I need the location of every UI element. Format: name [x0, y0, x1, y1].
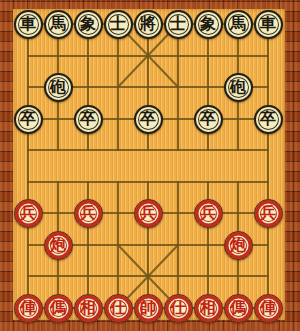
piece-red-elephant[interactable]: 相	[194, 294, 223, 323]
piece-black-cannon[interactable]: 砲	[224, 73, 253, 102]
red-horse-glyph: 傌	[230, 300, 246, 316]
piece-black-soldier[interactable]: 卒	[254, 105, 283, 134]
piece-red-cannon[interactable]: 炮	[224, 231, 253, 260]
pieces-layer: 車馬象士將士象馬車砲砲卒卒卒卒卒兵兵兵兵兵炮炮俥傌相仕帥仕相傌俥	[0, 0, 300, 331]
black-elephant-glyph: 象	[200, 16, 216, 32]
red-soldier-glyph: 兵	[20, 205, 36, 221]
piece-red-advisor[interactable]: 仕	[104, 294, 133, 323]
red-soldier-glyph: 兵	[200, 205, 216, 221]
piece-red-soldier[interactable]: 兵	[14, 199, 43, 228]
red-soldier-glyph: 兵	[80, 205, 96, 221]
red-soldier-glyph: 兵	[140, 205, 156, 221]
piece-black-elephant[interactable]: 象	[194, 10, 223, 39]
red-soldier-glyph: 兵	[260, 205, 276, 221]
red-elephant-glyph: 相	[200, 300, 216, 316]
piece-red-horse[interactable]: 傌	[44, 294, 73, 323]
black-chariot-glyph: 車	[260, 16, 276, 32]
piece-black-elephant[interactable]: 象	[74, 10, 103, 39]
piece-black-soldier[interactable]: 卒	[134, 105, 163, 134]
black-chariot-glyph: 車	[20, 16, 36, 32]
black-horse-glyph: 馬	[230, 16, 246, 32]
piece-black-soldier[interactable]: 卒	[14, 105, 43, 134]
piece-black-advisor[interactable]: 士	[104, 10, 133, 39]
black-elephant-glyph: 象	[80, 16, 96, 32]
red-cannon-glyph: 炮	[230, 237, 246, 253]
black-soldier-glyph: 卒	[20, 111, 36, 127]
piece-black-horse[interactable]: 馬	[44, 10, 73, 39]
black-soldier-glyph: 卒	[140, 111, 156, 127]
black-cannon-glyph: 砲	[230, 79, 246, 95]
red-advisor-glyph: 仕	[110, 300, 126, 316]
red-general-glyph: 帥	[140, 300, 156, 316]
piece-black-cannon[interactable]: 砲	[44, 73, 73, 102]
piece-black-chariot[interactable]: 車	[14, 10, 43, 39]
red-cannon-glyph: 炮	[50, 237, 66, 253]
piece-red-elephant[interactable]: 相	[74, 294, 103, 323]
piece-red-chariot[interactable]: 俥	[14, 294, 43, 323]
piece-black-soldier[interactable]: 卒	[74, 105, 103, 134]
piece-black-soldier[interactable]: 卒	[194, 105, 223, 134]
black-soldier-glyph: 卒	[80, 111, 96, 127]
red-elephant-glyph: 相	[80, 300, 96, 316]
red-advisor-glyph: 仕	[170, 300, 186, 316]
piece-red-soldier[interactable]: 兵	[254, 199, 283, 228]
xiangqi-board[interactable]: 車馬象士將士象馬車砲砲卒卒卒卒卒兵兵兵兵兵炮炮俥傌相仕帥仕相傌俥	[0, 0, 300, 331]
piece-red-cannon[interactable]: 炮	[44, 231, 73, 260]
piece-red-chariot[interactable]: 俥	[254, 294, 283, 323]
piece-red-general[interactable]: 帥	[134, 294, 163, 323]
piece-red-advisor[interactable]: 仕	[164, 294, 193, 323]
piece-black-general[interactable]: 將	[134, 10, 163, 39]
piece-black-horse[interactable]: 馬	[224, 10, 253, 39]
red-horse-glyph: 傌	[50, 300, 66, 316]
piece-black-advisor[interactable]: 士	[164, 10, 193, 39]
black-advisor-glyph: 士	[170, 16, 186, 32]
black-soldier-glyph: 卒	[200, 111, 216, 127]
black-soldier-glyph: 卒	[260, 111, 276, 127]
red-chariot-glyph: 俥	[260, 300, 276, 316]
piece-black-chariot[interactable]: 車	[254, 10, 283, 39]
red-chariot-glyph: 俥	[20, 300, 36, 316]
black-general-glyph: 將	[140, 16, 156, 32]
piece-red-soldier[interactable]: 兵	[194, 199, 223, 228]
black-advisor-glyph: 士	[110, 16, 126, 32]
piece-red-soldier[interactable]: 兵	[74, 199, 103, 228]
black-cannon-glyph: 砲	[50, 79, 66, 95]
black-horse-glyph: 馬	[50, 16, 66, 32]
piece-red-horse[interactable]: 傌	[224, 294, 253, 323]
piece-red-soldier[interactable]: 兵	[134, 199, 163, 228]
